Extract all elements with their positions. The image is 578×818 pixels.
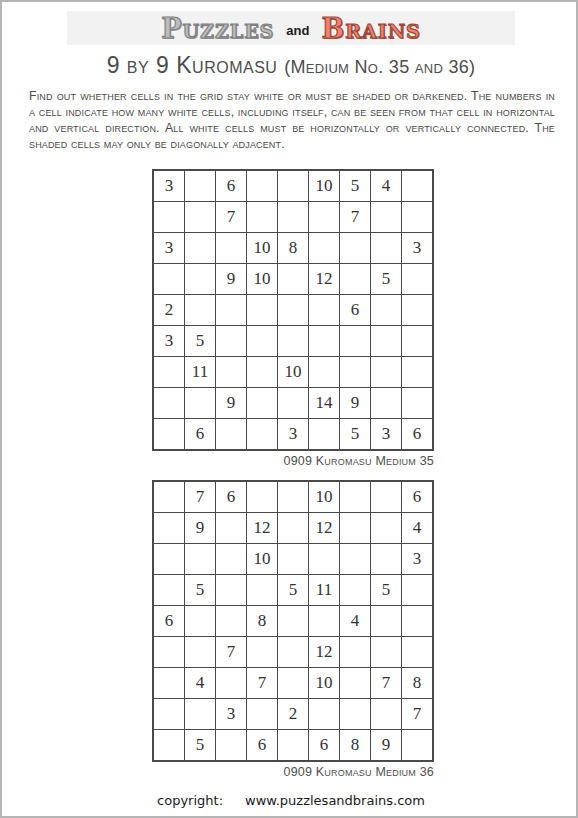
cell-r4c9 bbox=[402, 575, 432, 605]
cell-r3c7 bbox=[340, 544, 370, 574]
copyright-label: copyright: bbox=[157, 793, 223, 808]
cell-r6c5 bbox=[278, 326, 308, 356]
cell-r2c2: 9 bbox=[185, 513, 215, 543]
cell-r8c8 bbox=[371, 388, 401, 418]
cell-r9c6: 6 bbox=[309, 730, 339, 760]
cell-r1c3: 6 bbox=[216, 171, 246, 201]
cell-r2c6 bbox=[309, 202, 339, 232]
cell-r1c6: 10 bbox=[309, 171, 339, 201]
cell-r4c6: 12 bbox=[309, 264, 339, 294]
cell-r7c9: 8 bbox=[402, 668, 432, 698]
cell-r5c1: 6 bbox=[154, 606, 184, 636]
cell-r4c2: 5 bbox=[185, 575, 215, 605]
cell-r9c6 bbox=[309, 419, 339, 449]
cell-r2c1 bbox=[154, 202, 184, 232]
cell-r7c1 bbox=[154, 668, 184, 698]
cell-r5c1: 2 bbox=[154, 295, 184, 325]
cell-r6c8 bbox=[371, 637, 401, 667]
cell-r8c8 bbox=[371, 699, 401, 729]
cell-r6c2: 5 bbox=[185, 326, 215, 356]
cell-r4c5 bbox=[278, 264, 308, 294]
cell-r8c1 bbox=[154, 699, 184, 729]
cell-r7c8: 7 bbox=[371, 668, 401, 698]
cell-r3c3 bbox=[216, 233, 246, 263]
cell-r3c9: 3 bbox=[402, 544, 432, 574]
cell-r5c4: 8 bbox=[247, 606, 277, 636]
cell-r9c1 bbox=[154, 730, 184, 760]
cell-r4c8: 5 bbox=[371, 264, 401, 294]
cell-r5c2 bbox=[185, 295, 215, 325]
cell-r1c7: 5 bbox=[340, 171, 370, 201]
cell-r5c5 bbox=[278, 606, 308, 636]
cell-r7c1 bbox=[154, 357, 184, 387]
cell-r7c9 bbox=[402, 357, 432, 387]
cell-r3c8 bbox=[371, 233, 401, 263]
cell-r6c7 bbox=[340, 326, 370, 356]
cell-r8c3: 9 bbox=[216, 388, 246, 418]
cell-r8c7: 9 bbox=[340, 388, 370, 418]
cell-r3c2 bbox=[185, 233, 215, 263]
cell-r2c1 bbox=[154, 513, 184, 543]
grid-caption-medium-35: 0909 Kuromasu Medium 35 bbox=[152, 454, 434, 468]
cell-r1c2: 7 bbox=[185, 482, 215, 512]
cell-r5c3 bbox=[216, 606, 246, 636]
cell-r5c2 bbox=[185, 606, 215, 636]
cell-r2c4: 12 bbox=[247, 513, 277, 543]
cell-r8c6 bbox=[309, 699, 339, 729]
title-main: 9 by 9 Kuromasu bbox=[107, 52, 285, 78]
cell-r1c2 bbox=[185, 171, 215, 201]
cell-r2c4 bbox=[247, 202, 277, 232]
cell-r2c9 bbox=[402, 202, 432, 232]
page: Puzzles and Brains 9 by 9 Kuromasu (Medi… bbox=[0, 0, 578, 818]
cell-r6c6 bbox=[309, 326, 339, 356]
cell-r9c4: 6 bbox=[247, 730, 277, 760]
cell-r9c9 bbox=[402, 730, 432, 760]
cell-r2c7: 7 bbox=[340, 202, 370, 232]
cell-r6c1: 3 bbox=[154, 326, 184, 356]
footer: copyright:www.puzzlesandbrains.com bbox=[2, 793, 578, 808]
cell-r3c8 bbox=[371, 544, 401, 574]
grid-caption-medium-36: 0909 Kuromasu Medium 36 bbox=[152, 765, 434, 779]
cell-r3c1: 3 bbox=[154, 233, 184, 263]
cell-r1c9 bbox=[402, 171, 432, 201]
cell-r2c7 bbox=[340, 513, 370, 543]
cell-r7c2: 4 bbox=[185, 668, 215, 698]
cell-r4c8: 5 bbox=[371, 575, 401, 605]
cell-r4c4 bbox=[247, 575, 277, 605]
cell-r7c6: 10 bbox=[309, 668, 339, 698]
cell-r8c5: 2 bbox=[278, 699, 308, 729]
cell-r3c9: 3 bbox=[402, 233, 432, 263]
cell-r9c8: 9 bbox=[371, 730, 401, 760]
cell-r9c1 bbox=[154, 419, 184, 449]
cell-r5c3 bbox=[216, 295, 246, 325]
cell-r3c2 bbox=[185, 544, 215, 574]
cell-r4c4: 10 bbox=[247, 264, 277, 294]
cell-r9c9: 6 bbox=[402, 419, 432, 449]
cell-r4c1 bbox=[154, 575, 184, 605]
cell-r7c4 bbox=[247, 357, 277, 387]
page-title: 9 by 9 Kuromasu (Medium No. 35 and 36) bbox=[2, 52, 578, 79]
cell-r2c3: 7 bbox=[216, 202, 246, 232]
logo-banner: Puzzles and Brains bbox=[67, 11, 515, 45]
instructions-text: Find out whether cells in the grid stay … bbox=[29, 88, 555, 152]
cell-r6c8 bbox=[371, 326, 401, 356]
cell-r4c9 bbox=[402, 264, 432, 294]
kuromasu-grid-medium-36: 761069121241035511568471247107832756689 bbox=[152, 480, 434, 762]
cell-r8c4 bbox=[247, 388, 277, 418]
cell-r5c6 bbox=[309, 606, 339, 636]
cell-r7c7 bbox=[340, 668, 370, 698]
cell-r9c2: 5 bbox=[185, 730, 215, 760]
cell-r7c3 bbox=[216, 357, 246, 387]
cell-r9c5: 3 bbox=[278, 419, 308, 449]
logo-brains: Brains bbox=[321, 15, 420, 42]
cell-r2c5 bbox=[278, 202, 308, 232]
cell-r6c6: 12 bbox=[309, 637, 339, 667]
cell-r2c8 bbox=[371, 513, 401, 543]
cell-r1c8: 4 bbox=[371, 171, 401, 201]
cell-r4c7 bbox=[340, 575, 370, 605]
cell-r9c4 bbox=[247, 419, 277, 449]
website-url: www.puzzlesandbrains.com bbox=[245, 793, 425, 808]
cell-r1c3: 6 bbox=[216, 482, 246, 512]
cell-r3c3 bbox=[216, 544, 246, 574]
cell-r9c5 bbox=[278, 730, 308, 760]
cell-r9c7: 8 bbox=[340, 730, 370, 760]
cell-r9c3 bbox=[216, 730, 246, 760]
cell-r9c3 bbox=[216, 419, 246, 449]
cell-r2c3 bbox=[216, 513, 246, 543]
cell-r3c4: 10 bbox=[247, 544, 277, 574]
cell-r1c7 bbox=[340, 482, 370, 512]
cell-r3c7 bbox=[340, 233, 370, 263]
cell-r3c6 bbox=[309, 233, 339, 263]
cell-r1c5 bbox=[278, 171, 308, 201]
cell-r1c8 bbox=[371, 482, 401, 512]
cell-r3c4: 10 bbox=[247, 233, 277, 263]
cell-r3c5 bbox=[278, 544, 308, 574]
cell-r5c4 bbox=[247, 295, 277, 325]
cell-r1c6: 10 bbox=[309, 482, 339, 512]
logo-puzzles: Puzzles bbox=[161, 15, 274, 42]
cell-r6c3 bbox=[216, 326, 246, 356]
cell-r5c8 bbox=[371, 606, 401, 636]
cell-r1c1: 3 bbox=[154, 171, 184, 201]
cell-r7c8 bbox=[371, 357, 401, 387]
cell-r6c5 bbox=[278, 637, 308, 667]
cell-r5c5 bbox=[278, 295, 308, 325]
cell-r5c7: 4 bbox=[340, 606, 370, 636]
cell-r7c2: 11 bbox=[185, 357, 215, 387]
cell-r1c4 bbox=[247, 171, 277, 201]
cell-r9c2: 6 bbox=[185, 419, 215, 449]
cell-r8c2 bbox=[185, 699, 215, 729]
cell-r7c4: 7 bbox=[247, 668, 277, 698]
cell-r8c2 bbox=[185, 388, 215, 418]
cell-r4c1 bbox=[154, 264, 184, 294]
cell-r4c5: 5 bbox=[278, 575, 308, 605]
cell-r5c7: 6 bbox=[340, 295, 370, 325]
cell-r3c1 bbox=[154, 544, 184, 574]
cell-r9c7: 5 bbox=[340, 419, 370, 449]
cell-r8c6: 14 bbox=[309, 388, 339, 418]
cell-r7c7 bbox=[340, 357, 370, 387]
cell-r4c3 bbox=[216, 575, 246, 605]
cell-r6c7 bbox=[340, 637, 370, 667]
cell-r5c6 bbox=[309, 295, 339, 325]
cell-r3c5: 8 bbox=[278, 233, 308, 263]
cell-r8c9: 7 bbox=[402, 699, 432, 729]
cell-r6c9 bbox=[402, 326, 432, 356]
cell-r7c6 bbox=[309, 357, 339, 387]
cell-r1c1 bbox=[154, 482, 184, 512]
cell-r8c7 bbox=[340, 699, 370, 729]
cell-r7c5: 10 bbox=[278, 357, 308, 387]
cell-r6c2 bbox=[185, 637, 215, 667]
cell-r4c2 bbox=[185, 264, 215, 294]
cell-r5c9 bbox=[402, 295, 432, 325]
cell-r3c6 bbox=[309, 544, 339, 574]
cell-r6c4 bbox=[247, 637, 277, 667]
cell-r2c5 bbox=[278, 513, 308, 543]
cell-r2c9: 4 bbox=[402, 513, 432, 543]
cell-r2c2 bbox=[185, 202, 215, 232]
cell-r4c6: 11 bbox=[309, 575, 339, 605]
cell-r5c8 bbox=[371, 295, 401, 325]
cell-r8c1 bbox=[154, 388, 184, 418]
cell-r6c9 bbox=[402, 637, 432, 667]
kuromasu-grid-medium-35: 361054773108391012526351110914963536 bbox=[152, 169, 434, 451]
cell-r4c3: 9 bbox=[216, 264, 246, 294]
cell-r5c9 bbox=[402, 606, 432, 636]
cell-r4c7 bbox=[340, 264, 370, 294]
cell-r1c4 bbox=[247, 482, 277, 512]
cell-r8c5 bbox=[278, 388, 308, 418]
title-suffix: (Medium No. 35 and 36) bbox=[284, 57, 475, 77]
cell-r6c3: 7 bbox=[216, 637, 246, 667]
cell-r8c3: 3 bbox=[216, 699, 246, 729]
cell-r6c4 bbox=[247, 326, 277, 356]
cell-r6c1 bbox=[154, 637, 184, 667]
cell-r1c9: 6 bbox=[402, 482, 432, 512]
cell-r8c4 bbox=[247, 699, 277, 729]
cell-r8c9 bbox=[402, 388, 432, 418]
cell-r7c5 bbox=[278, 668, 308, 698]
cell-r2c6: 12 bbox=[309, 513, 339, 543]
cell-r9c8: 3 bbox=[371, 419, 401, 449]
logo-and: and bbox=[286, 19, 309, 38]
cell-r7c3 bbox=[216, 668, 246, 698]
cell-r2c8 bbox=[371, 202, 401, 232]
cell-r1c5 bbox=[278, 482, 308, 512]
